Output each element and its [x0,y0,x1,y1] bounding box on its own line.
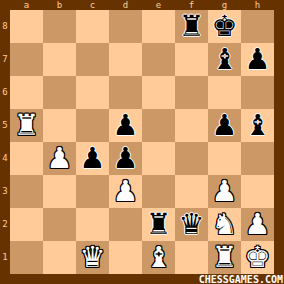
file-label-c: c [76,0,109,10]
square-e4[interactable] [142,142,175,175]
black-rook-f8: ♜ [175,10,208,43]
rank-label-6: 6 [0,76,10,109]
square-e3[interactable] [142,175,175,208]
black-pawn-d5: ♟ [109,109,142,142]
white-pawn-g3: ♟ [208,175,241,208]
white-rook-a5: ♜ [10,109,43,142]
square-g2[interactable]: ♞ [208,208,241,241]
square-e7[interactable] [142,43,175,76]
square-d2[interactable] [109,208,142,241]
square-f2[interactable]: ♛ [175,208,208,241]
rank-labels: 87654321 [0,10,10,274]
square-e6[interactable] [142,76,175,109]
square-f7[interactable] [175,43,208,76]
rank-label-7: 7 [0,43,10,76]
square-a3[interactable] [10,175,43,208]
square-c6[interactable] [76,76,109,109]
square-d4[interactable]: ♟ [109,142,142,175]
square-f8[interactable]: ♜ [175,10,208,43]
square-e8[interactable] [142,10,175,43]
square-g5[interactable]: ♟ [208,109,241,142]
black-queen-f2: ♛ [175,208,208,241]
black-pawn-c4: ♟ [76,142,109,175]
square-f3[interactable] [175,175,208,208]
black-king-g8: ♚ [208,10,241,43]
black-pawn-d4: ♟ [109,142,142,175]
rank-label-5: 5 [0,109,10,142]
rank-label-4: 4 [0,142,10,175]
square-g3[interactable]: ♟ [208,175,241,208]
square-h1[interactable]: ♚ [241,241,274,274]
square-b1[interactable] [43,241,76,274]
square-h2[interactable]: ♟ [241,208,274,241]
square-c2[interactable] [76,208,109,241]
square-b5[interactable] [43,109,76,142]
square-e2[interactable]: ♜ [142,208,175,241]
square-h5[interactable]: ♝ [241,109,274,142]
square-d6[interactable] [109,76,142,109]
square-b3[interactable] [43,175,76,208]
black-bishop-g7: ♝ [208,43,241,76]
square-h6[interactable] [241,76,274,109]
square-f5[interactable] [175,109,208,142]
square-f4[interactable] [175,142,208,175]
white-queen-c1: ♛ [76,241,109,274]
square-c7[interactable] [76,43,109,76]
square-c5[interactable] [76,109,109,142]
square-f6[interactable] [175,76,208,109]
rank-label-1: 1 [0,241,10,274]
square-d3[interactable]: ♟ [109,175,142,208]
square-a7[interactable] [10,43,43,76]
square-b6[interactable] [43,76,76,109]
board-grid: ♜♚♝♟♜♟♟♝♟♟♟♟♟♜♛♞♟♛♝♜♚ [10,10,274,274]
square-e5[interactable] [142,109,175,142]
square-c8[interactable] [76,10,109,43]
square-d7[interactable] [109,43,142,76]
square-b7[interactable] [43,43,76,76]
black-pawn-h7: ♟ [241,43,274,76]
square-g1[interactable]: ♜ [208,241,241,274]
rank-label-3: 3 [0,175,10,208]
square-c4[interactable]: ♟ [76,142,109,175]
white-knight-g2: ♞ [208,208,241,241]
white-king-h1: ♚ [241,241,274,274]
file-label-b: b [43,0,76,10]
square-b8[interactable] [43,10,76,43]
square-e1[interactable]: ♝ [142,241,175,274]
square-c1[interactable]: ♛ [76,241,109,274]
file-label-a: a [10,0,43,10]
square-d1[interactable] [109,241,142,274]
square-c3[interactable] [76,175,109,208]
square-a5[interactable]: ♜ [10,109,43,142]
square-g7[interactable]: ♝ [208,43,241,76]
white-pawn-b4: ♟ [43,142,76,175]
square-h7[interactable]: ♟ [241,43,274,76]
rank-label-2: 2 [0,208,10,241]
square-h4[interactable] [241,142,274,175]
file-label-d: d [109,0,142,10]
white-pawn-d3: ♟ [109,175,142,208]
black-rook-e2: ♜ [142,208,175,241]
square-b2[interactable] [43,208,76,241]
black-pawn-g5: ♟ [208,109,241,142]
black-bishop-h5: ♝ [241,109,274,142]
chessboard-diagram: abcdefgh 87654321 ♜♚♝♟♜♟♟♝♟♟♟♟♟♜♛♞♟♛♝♜♚ … [0,0,284,284]
square-h8[interactable] [241,10,274,43]
white-bishop-e1: ♝ [142,241,175,274]
square-g6[interactable] [208,76,241,109]
white-pawn-h2: ♟ [241,208,274,241]
square-d8[interactable] [109,10,142,43]
square-g4[interactable] [208,142,241,175]
square-a6[interactable] [10,76,43,109]
square-f1[interactable] [175,241,208,274]
file-label-h: h [241,0,274,10]
square-a2[interactable] [10,208,43,241]
square-a8[interactable] [10,10,43,43]
square-b4[interactable]: ♟ [43,142,76,175]
square-a1[interactable] [10,241,43,274]
square-h3[interactable] [241,175,274,208]
white-rook-g1: ♜ [208,241,241,274]
square-g8[interactable]: ♚ [208,10,241,43]
chessgames-watermark: CHESSGAMES.COM [199,274,283,284]
square-d5[interactable]: ♟ [109,109,142,142]
rank-label-8: 8 [0,10,10,43]
file-label-e: e [142,0,175,10]
square-a4[interactable] [10,142,43,175]
